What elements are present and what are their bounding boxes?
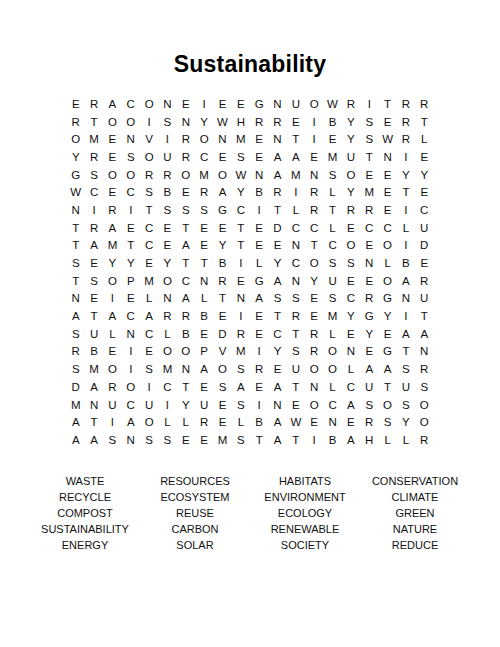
grid-cell[interactable]: O (140, 413, 158, 431)
grid-cell[interactable]: B (250, 183, 268, 201)
grid-cell[interactable]: M (213, 431, 231, 449)
grid-cell[interactable]: R (177, 148, 195, 166)
grid-cell[interactable]: O (158, 272, 176, 290)
grid-cell[interactable]: H (360, 431, 378, 449)
grid-cell[interactable]: L (140, 290, 158, 308)
grid-cell[interactable]: M (232, 343, 250, 361)
grid-cell[interactable]: S (287, 290, 305, 308)
grid-cell[interactable]: R (158, 307, 176, 325)
grid-cell[interactable]: G (213, 201, 231, 219)
grid-cell[interactable]: A (177, 290, 195, 308)
grid-cell[interactable]: O (122, 113, 140, 131)
grid-cell[interactable]: A (250, 290, 268, 308)
grid-cell[interactable]: I (250, 396, 268, 414)
grid-cell[interactable]: N (268, 95, 286, 113)
grid-cell[interactable]: O (140, 148, 158, 166)
grid-cell[interactable]: S (177, 201, 195, 219)
grid-cell[interactable]: Y (378, 307, 396, 325)
grid-cell[interactable]: R (360, 290, 378, 308)
grid-cell[interactable]: O (342, 237, 360, 255)
grid-cell[interactable]: T (287, 325, 305, 343)
grid-cell[interactable]: R (177, 130, 195, 148)
grid-cell[interactable]: R (268, 183, 286, 201)
grid-cell[interactable]: L (378, 431, 396, 449)
grid-cell[interactable]: L (177, 413, 195, 431)
grid-cell[interactable]: M (323, 148, 341, 166)
grid-cell[interactable]: B (177, 325, 195, 343)
grid-cell[interactable]: E (305, 148, 323, 166)
grid-cell[interactable]: E (195, 325, 213, 343)
grid-cell[interactable]: E (213, 148, 231, 166)
grid-cell[interactable]: E (378, 166, 396, 184)
grid-cell[interactable]: O (378, 396, 396, 414)
grid-cell[interactable]: O (213, 360, 231, 378)
grid-cell[interactable]: R (305, 343, 323, 361)
grid-cell[interactable]: E (213, 219, 231, 237)
grid-cell[interactable]: O (122, 166, 140, 184)
grid-cell[interactable]: I (103, 290, 121, 308)
grid-cell[interactable]: U (158, 148, 176, 166)
grid-cell[interactable]: E (342, 219, 360, 237)
grid-cell[interactable]: R (195, 183, 213, 201)
grid-cell[interactable]: G (250, 272, 268, 290)
grid-cell[interactable]: Y (360, 325, 378, 343)
grid-cell[interactable]: N (378, 148, 396, 166)
grid-cell[interactable]: E (360, 272, 378, 290)
grid-cell[interactable]: T (85, 307, 103, 325)
grid-cell[interactable]: C (85, 183, 103, 201)
grid-cell[interactable]: E (378, 201, 396, 219)
grid-cell[interactable]: R (85, 219, 103, 237)
grid-cell[interactable]: T (195, 254, 213, 272)
grid-cell[interactable]: A (378, 360, 396, 378)
grid-cell[interactable]: E (140, 343, 158, 361)
grid-cell[interactable]: S (232, 431, 250, 449)
grid-cell[interactable]: S (323, 290, 341, 308)
grid-cell[interactable]: R (103, 378, 121, 396)
grid-cell[interactable]: E (213, 413, 231, 431)
grid-cell[interactable]: T (250, 431, 268, 449)
grid-cell[interactable]: L (195, 290, 213, 308)
grid-cell[interactable]: C (140, 325, 158, 343)
grid-cell[interactable]: S (360, 113, 378, 131)
grid-cell[interactable]: M (195, 166, 213, 184)
grid-cell[interactable]: N (177, 113, 195, 131)
grid-cell[interactable]: Y (122, 254, 140, 272)
grid-cell[interactable]: E (213, 307, 231, 325)
grid-cell[interactable]: V (213, 343, 231, 361)
grid-cell[interactable]: Y (415, 166, 433, 184)
grid-cell[interactable]: T (360, 148, 378, 166)
grid-cell[interactable]: C (323, 237, 341, 255)
grid-cell[interactable]: S (232, 360, 250, 378)
grid-cell[interactable]: I (195, 95, 213, 113)
grid-cell[interactable]: G (360, 307, 378, 325)
grid-cell[interactable]: C (122, 307, 140, 325)
grid-cell[interactable]: C (360, 219, 378, 237)
grid-cell[interactable]: N (122, 431, 140, 449)
grid-cell[interactable]: T (397, 343, 415, 361)
grid-cell[interactable]: R (360, 201, 378, 219)
grid-cell[interactable]: I (397, 148, 415, 166)
grid-cell[interactable]: A (268, 272, 286, 290)
grid-cell[interactable]: U (415, 219, 433, 237)
grid-cell[interactable]: L (323, 183, 341, 201)
grid-cell[interactable]: E (268, 360, 286, 378)
grid-cell[interactable]: O (103, 360, 121, 378)
grid-cell[interactable]: N (67, 290, 85, 308)
grid-cell[interactable]: I (122, 343, 140, 361)
grid-cell[interactable]: S (268, 290, 286, 308)
grid-cell[interactable]: S (287, 343, 305, 361)
grid-cell[interactable]: H (232, 113, 250, 131)
grid-cell[interactable]: E (195, 378, 213, 396)
grid-cell[interactable]: E (158, 219, 176, 237)
grid-cell[interactable]: R (397, 95, 415, 113)
grid-cell[interactable]: U (103, 396, 121, 414)
grid-cell[interactable]: T (287, 378, 305, 396)
grid-cell[interactable]: N (213, 130, 231, 148)
grid-cell[interactable]: A (213, 183, 231, 201)
grid-cell[interactable]: I (305, 130, 323, 148)
grid-cell[interactable]: T (287, 431, 305, 449)
grid-cell[interactable]: S (85, 166, 103, 184)
grid-cell[interactable]: P (195, 343, 213, 361)
grid-cell[interactable]: N (305, 378, 323, 396)
grid-cell[interactable]: I (85, 201, 103, 219)
grid-cell[interactable]: S (158, 201, 176, 219)
grid-cell[interactable]: A (140, 307, 158, 325)
grid-cell[interactable]: L (158, 325, 176, 343)
grid-cell[interactable]: W (232, 166, 250, 184)
grid-cell[interactable]: E (287, 113, 305, 131)
grid-cell[interactable]: S (213, 378, 231, 396)
grid-cell[interactable]: I (250, 201, 268, 219)
grid-cell[interactable]: E (342, 413, 360, 431)
grid-cell[interactable]: T (140, 201, 158, 219)
grid-cell[interactable]: U (323, 272, 341, 290)
grid-cell[interactable]: L (378, 254, 396, 272)
grid-cell[interactable]: L (323, 219, 341, 237)
grid-cell[interactable]: E (305, 290, 323, 308)
grid-cell[interactable]: E (103, 148, 121, 166)
grid-cell[interactable]: A (103, 95, 121, 113)
grid-cell[interactable]: T (378, 95, 396, 113)
grid-cell[interactable]: L (415, 130, 433, 148)
grid-cell[interactable]: I (140, 113, 158, 131)
grid-cell[interactable]: I (287, 183, 305, 201)
grid-cell[interactable]: T (305, 237, 323, 255)
grid-cell[interactable]: U (415, 290, 433, 308)
grid-cell[interactable]: S (397, 360, 415, 378)
grid-cell[interactable]: T (177, 378, 195, 396)
grid-cell[interactable]: I (140, 378, 158, 396)
grid-cell[interactable]: I (360, 95, 378, 113)
grid-cell[interactable]: U (85, 325, 103, 343)
grid-cell[interactable]: R (360, 413, 378, 431)
grid-cell[interactable]: O (323, 360, 341, 378)
grid-cell[interactable]: N (287, 237, 305, 255)
grid-cell[interactable]: T (268, 307, 286, 325)
grid-cell[interactable]: N (360, 254, 378, 272)
grid-cell[interactable]: E (85, 254, 103, 272)
grid-cell[interactable]: T (415, 113, 433, 131)
grid-cell[interactable]: R (305, 183, 323, 201)
grid-cell[interactable]: G (378, 290, 396, 308)
grid-cell[interactable]: I (122, 360, 140, 378)
grid-cell[interactable]: E (415, 183, 433, 201)
grid-cell[interactable]: S (360, 396, 378, 414)
grid-cell[interactable]: A (415, 325, 433, 343)
grid-cell[interactable]: E (378, 113, 396, 131)
grid-cell[interactable]: Y (342, 183, 360, 201)
grid-cell[interactable]: Y (342, 113, 360, 131)
grid-cell[interactable]: S (67, 360, 85, 378)
grid-cell[interactable]: E (360, 166, 378, 184)
grid-cell[interactable]: S (67, 254, 85, 272)
grid-cell[interactable]: E (67, 95, 85, 113)
grid-cell[interactable]: B (195, 307, 213, 325)
grid-cell[interactable]: E (213, 396, 231, 414)
grid-cell[interactable]: E (360, 343, 378, 361)
grid-cell[interactable]: M (158, 360, 176, 378)
grid-cell[interactable]: R (140, 166, 158, 184)
grid-cell[interactable]: R (415, 272, 433, 290)
grid-cell[interactable]: A (67, 307, 85, 325)
grid-cell[interactable]: Y (305, 272, 323, 290)
grid-cell[interactable]: R (342, 95, 360, 113)
grid-cell[interactable]: E (342, 272, 360, 290)
grid-cell[interactable]: E (103, 183, 121, 201)
grid-cell[interactable]: M (67, 396, 85, 414)
grid-cell[interactable]: L (323, 378, 341, 396)
grid-cell[interactable]: T (67, 219, 85, 237)
grid-cell[interactable]: A (85, 431, 103, 449)
grid-cell[interactable]: E (195, 431, 213, 449)
grid-cell[interactable]: O (177, 343, 195, 361)
grid-cell[interactable]: S (323, 166, 341, 184)
grid-cell[interactable]: W (67, 183, 85, 201)
grid-cell[interactable]: A (232, 378, 250, 396)
grid-cell[interactable]: M (103, 237, 121, 255)
grid-cell[interactable]: R (415, 360, 433, 378)
grid-cell[interactable]: E (360, 237, 378, 255)
grid-cell[interactable]: L (323, 325, 341, 343)
grid-cell[interactable]: E (415, 254, 433, 272)
grid-cell[interactable]: L (397, 219, 415, 237)
grid-cell[interactable]: O (122, 378, 140, 396)
grid-cell[interactable]: M (140, 272, 158, 290)
grid-cell[interactable]: N (250, 166, 268, 184)
grid-cell[interactable]: L (158, 413, 176, 431)
grid-cell[interactable]: R (85, 148, 103, 166)
grid-cell[interactable]: Y (177, 396, 195, 414)
grid-cell[interactable]: Y (397, 166, 415, 184)
grid-cell[interactable]: O (103, 272, 121, 290)
grid-cell[interactable]: C (268, 325, 286, 343)
grid-cell[interactable]: O (415, 413, 433, 431)
grid-cell[interactable]: N (268, 130, 286, 148)
grid-cell[interactable]: E (287, 396, 305, 414)
grid-cell[interactable]: R (305, 325, 323, 343)
grid-cell[interactable]: I (158, 130, 176, 148)
grid-cell[interactable]: O (103, 113, 121, 131)
grid-cell[interactable]: N (122, 325, 140, 343)
grid-cell[interactable]: A (268, 378, 286, 396)
grid-cell[interactable]: S (232, 148, 250, 166)
grid-cell[interactable]: S (140, 360, 158, 378)
grid-cell[interactable]: A (397, 325, 415, 343)
grid-cell[interactable]: M (85, 130, 103, 148)
grid-cell[interactable]: A (342, 396, 360, 414)
grid-cell[interactable]: L (250, 254, 268, 272)
grid-cell[interactable]: T (85, 413, 103, 431)
grid-cell[interactable]: U (397, 378, 415, 396)
grid-cell[interactable]: E (323, 130, 341, 148)
grid-cell[interactable]: A (103, 219, 121, 237)
grid-cell[interactable]: E (232, 95, 250, 113)
grid-cell[interactable]: E (195, 237, 213, 255)
grid-cell[interactable]: N (415, 343, 433, 361)
grid-cell[interactable]: S (158, 431, 176, 449)
grid-cell[interactable]: D (268, 219, 286, 237)
grid-cell[interactable]: O (305, 95, 323, 113)
grid-cell[interactable]: O (305, 360, 323, 378)
grid-cell[interactable]: C (140, 219, 158, 237)
grid-cell[interactable]: E (250, 130, 268, 148)
grid-cell[interactable]: T (323, 201, 341, 219)
grid-cell[interactable]: R (67, 113, 85, 131)
grid-cell[interactable]: C (378, 219, 396, 237)
grid-cell[interactable]: Y (67, 148, 85, 166)
grid-cell[interactable]: R (213, 272, 231, 290)
grid-cell[interactable]: S (85, 272, 103, 290)
grid-cell[interactable]: O (342, 166, 360, 184)
grid-cell[interactable]: E (177, 183, 195, 201)
grid-cell[interactable]: D (415, 237, 433, 255)
grid-cell[interactable]: S (140, 183, 158, 201)
grid-cell[interactable]: E (342, 325, 360, 343)
grid-cell[interactable]: O (305, 254, 323, 272)
grid-cell[interactable]: R (158, 166, 176, 184)
grid-cell[interactable]: T (378, 378, 396, 396)
grid-cell[interactable]: W (287, 413, 305, 431)
grid-cell[interactable]: A (268, 431, 286, 449)
grid-cell[interactable]: N (122, 130, 140, 148)
grid-cell[interactable]: O (305, 396, 323, 414)
grid-cell[interactable]: I (305, 113, 323, 131)
grid-cell[interactable]: S (342, 254, 360, 272)
grid-cell[interactable]: E (250, 237, 268, 255)
grid-cell[interactable]: L (232, 413, 250, 431)
grid-cell[interactable]: A (287, 148, 305, 166)
grid-cell[interactable]: S (122, 148, 140, 166)
grid-cell[interactable]: M (287, 166, 305, 184)
grid-cell[interactable]: R (195, 413, 213, 431)
grid-cell[interactable]: B (158, 183, 176, 201)
grid-cell[interactable]: Y (397, 413, 415, 431)
grid-cell[interactable]: U (360, 378, 378, 396)
grid-cell[interactable]: M (232, 130, 250, 148)
grid-cell[interactable]: A (342, 431, 360, 449)
grid-cell[interactable]: E (305, 307, 323, 325)
grid-cell[interactable]: B (323, 431, 341, 449)
grid-cell[interactable]: I (232, 307, 250, 325)
grid-cell[interactable]: E (232, 272, 250, 290)
grid-cell[interactable]: I (232, 254, 250, 272)
grid-cell[interactable]: B (85, 343, 103, 361)
grid-cell[interactable]: S (140, 431, 158, 449)
grid-cell[interactable]: R (305, 201, 323, 219)
grid-cell[interactable]: C (287, 219, 305, 237)
grid-cell[interactable]: S (397, 396, 415, 414)
grid-cell[interactable]: A (177, 237, 195, 255)
grid-cell[interactable]: G (67, 166, 85, 184)
grid-cell[interactable]: C (140, 237, 158, 255)
grid-cell[interactable]: E (195, 219, 213, 237)
grid-cell[interactable]: R (397, 113, 415, 131)
grid-cell[interactable]: T (397, 183, 415, 201)
grid-cell[interactable]: I (122, 201, 140, 219)
grid-cell[interactable]: E (103, 343, 121, 361)
grid-cell[interactable]: L (103, 325, 121, 343)
grid-cell[interactable]: D (67, 378, 85, 396)
grid-cell[interactable]: T (177, 254, 195, 272)
grid-cell[interactable]: E (378, 183, 396, 201)
grid-cell[interactable]: I (397, 237, 415, 255)
grid-cell[interactable]: E (85, 290, 103, 308)
grid-cell[interactable]: L (397, 431, 415, 449)
grid-cell[interactable]: N (342, 343, 360, 361)
grid-cell[interactable]: O (195, 130, 213, 148)
grid-cell[interactable]: E (250, 325, 268, 343)
grid-cell[interactable]: R (177, 307, 195, 325)
grid-cell[interactable]: E (122, 290, 140, 308)
grid-cell[interactable]: R (287, 307, 305, 325)
grid-cell[interactable]: B (397, 254, 415, 272)
grid-cell[interactable]: A (360, 360, 378, 378)
grid-cell[interactable]: A (195, 360, 213, 378)
grid-cell[interactable]: N (232, 290, 250, 308)
grid-cell[interactable]: C (122, 396, 140, 414)
grid-cell[interactable]: N (323, 413, 341, 431)
grid-cell[interactable]: W (323, 95, 341, 113)
grid-cell[interactable]: Y (232, 183, 250, 201)
grid-cell[interactable]: M (360, 183, 378, 201)
grid-cell[interactable]: E (177, 431, 195, 449)
grid-cell[interactable]: M (85, 360, 103, 378)
grid-cell[interactable]: S (323, 254, 341, 272)
grid-cell[interactable]: I (250, 343, 268, 361)
grid-cell[interactable]: E (177, 95, 195, 113)
grid-cell[interactable]: O (103, 166, 121, 184)
grid-cell[interactable]: O (378, 237, 396, 255)
grid-cell[interactable]: R (103, 201, 121, 219)
grid-cell[interactable]: R (415, 431, 433, 449)
grid-cell[interactable]: U (140, 396, 158, 414)
grid-cell[interactable]: E (140, 254, 158, 272)
grid-cell[interactable]: C (305, 219, 323, 237)
grid-cell[interactable]: U (287, 360, 305, 378)
grid-cell[interactable]: R (250, 360, 268, 378)
grid-cell[interactable]: T (232, 219, 250, 237)
grid-cell[interactable]: W (213, 113, 231, 131)
grid-cell[interactable]: Y (342, 307, 360, 325)
grid-cell[interactable]: T (268, 201, 286, 219)
grid-cell[interactable]: Y (103, 254, 121, 272)
grid-cell[interactable]: I (158, 396, 176, 414)
grid-cell[interactable]: E (305, 413, 323, 431)
